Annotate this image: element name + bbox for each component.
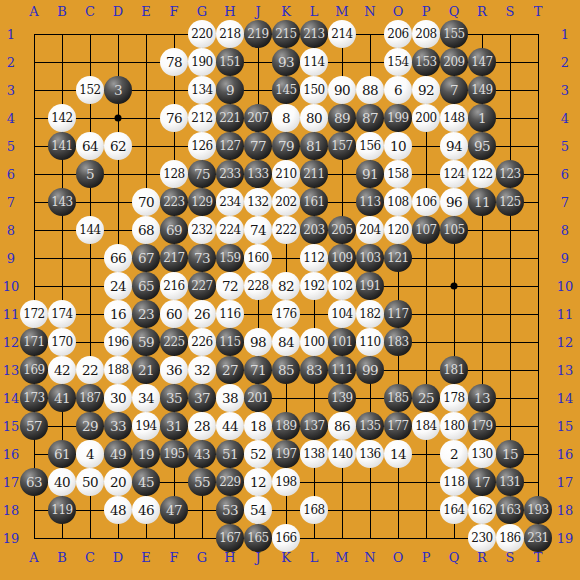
stone-R6-move-122: 122 [468,160,496,188]
stone-D11-move-16: 16 [104,300,132,328]
coord-top-H: H [224,5,235,18]
stone-J9-move-160: 160 [244,244,272,272]
stone-J13-move-71: 71 [244,356,272,384]
stone-Q6-move-124: 124 [440,160,468,188]
stone-S7-move-125: 125 [496,188,524,216]
coord-right-2: 2 [561,56,569,69]
stone-A12-move-171: 171 [20,328,48,356]
coord-left-4: 4 [7,112,15,125]
stone-B5-move-141: 141 [48,132,76,160]
stone-E14-move-34: 34 [132,384,160,412]
stone-J10-move-228: 228 [244,272,272,300]
coord-top-P: P [422,5,431,18]
stone-G12-move-226: 226 [188,328,216,356]
stone-K4-move-8: 8 [272,104,300,132]
stone-H11-move-116: 116 [216,300,244,328]
stone-M3-move-90: 90 [328,76,356,104]
coord-left-17: 17 [3,476,20,489]
stone-H5-move-127: 127 [216,132,244,160]
stone-L1-move-213: 213 [300,20,328,48]
coord-left-7: 7 [7,196,15,209]
stone-B13-move-42: 42 [48,356,76,384]
stone-Q17-move-118: 118 [440,468,468,496]
stone-H6-move-233: 233 [216,160,244,188]
stone-M15-move-86: 86 [328,412,356,440]
stone-K8-move-222: 222 [272,216,300,244]
stone-Q4-move-148: 148 [440,104,468,132]
stone-O8-move-120: 120 [384,216,412,244]
coord-top-B: B [57,5,67,18]
coord-top-R: R [477,5,487,18]
grid-vline-T [538,34,539,539]
stone-R19-move-230: 230 [468,524,496,552]
stone-K12-move-84: 84 [272,328,300,356]
stone-O2-move-154: 154 [384,48,412,76]
coord-top-T: T [534,5,543,18]
stone-F4-move-76: 76 [160,104,188,132]
stone-Q16-move-2: 2 [440,440,468,468]
stone-N7-move-113: 113 [356,188,384,216]
stone-E11-move-23: 23 [132,300,160,328]
stone-Q3-move-7: 7 [440,76,468,104]
stone-E10-move-65: 65 [132,272,160,300]
stone-F14-move-35: 35 [160,384,188,412]
coord-left-12: 12 [3,336,20,349]
coord-right-6: 6 [561,168,569,181]
stone-H10-move-72: 72 [216,272,244,300]
stone-E12-move-59: 59 [132,328,160,356]
stone-P7-move-106: 106 [412,188,440,216]
stone-Q7-move-96: 96 [440,188,468,216]
stone-Q2-move-209: 209 [440,48,468,76]
coord-bottom-R: R [477,551,487,564]
coord-right-3: 3 [561,84,569,97]
stone-N8-move-204: 204 [356,216,384,244]
stone-E15-move-194: 194 [132,412,160,440]
coord-left-14: 14 [3,392,20,405]
stone-L5-move-81: 81 [300,132,328,160]
stone-F15-move-31: 31 [160,412,188,440]
stone-L6-move-211: 211 [300,160,328,188]
stone-O3-move-6: 6 [384,76,412,104]
coord-right-18: 18 [557,504,574,517]
stone-P2-move-153: 153 [412,48,440,76]
stone-K5-move-79: 79 [272,132,300,160]
stone-H3-move-9: 9 [216,76,244,104]
stone-N16-move-136: 136 [356,440,384,468]
stone-O12-move-183: 183 [384,328,412,356]
stone-E8-move-68: 68 [132,216,160,244]
stone-R3-move-149: 149 [468,76,496,104]
stone-M11-move-104: 104 [328,300,356,328]
stone-B12-move-170: 170 [48,328,76,356]
stone-O16-move-14: 14 [384,440,412,468]
stone-B11-move-174: 174 [48,300,76,328]
stone-D16-move-49: 49 [104,440,132,468]
stone-G2-move-190: 190 [188,48,216,76]
stone-M5-move-157: 157 [328,132,356,160]
go-kifu-diagram: AABBCCDDEEFFGGHHJJKKLLMMNNOOPPQQRRSSTT11… [0,0,580,580]
stone-G3-move-134: 134 [188,76,216,104]
stone-N6-move-91: 91 [356,160,384,188]
coord-bottom-B: B [57,551,67,564]
coord-top-S: S [506,5,515,18]
stone-C14-move-187: 187 [76,384,104,412]
coord-left-9: 9 [7,252,15,265]
stone-F18-move-47: 47 [160,496,188,524]
coord-right-17: 17 [557,476,574,489]
stone-O7-move-108: 108 [384,188,412,216]
stone-P8-move-107: 107 [412,216,440,244]
stone-K6-move-210: 210 [272,160,300,188]
stone-D13-move-188: 188 [104,356,132,384]
stone-L3-move-150: 150 [300,76,328,104]
coord-bottom-L: L [310,551,319,564]
stone-K3-move-145: 145 [272,76,300,104]
stone-P14-move-25: 25 [412,384,440,412]
stone-E13-move-21: 21 [132,356,160,384]
stone-B4-move-142: 142 [48,104,76,132]
stone-K15-move-189: 189 [272,412,300,440]
stone-M12-move-101: 101 [328,328,356,356]
stone-H19-move-167: 167 [216,524,244,552]
stone-K7-move-202: 202 [272,188,300,216]
stone-Q14-move-178: 178 [440,384,468,412]
stone-R5-move-95: 95 [468,132,496,160]
coord-bottom-T: T [534,551,543,564]
stone-M14-move-139: 139 [328,384,356,412]
stone-L18-move-168: 168 [300,496,328,524]
stone-L8-move-203: 203 [300,216,328,244]
stone-S17-move-131: 131 [496,468,524,496]
coord-bottom-M: M [335,551,348,564]
stone-C13-move-22: 22 [76,356,104,384]
stone-F6-move-128: 128 [160,160,188,188]
stone-D14-move-30: 30 [104,384,132,412]
coord-left-5: 5 [7,140,15,153]
stone-L10-move-192: 192 [300,272,328,300]
stone-A14-move-173: 173 [20,384,48,412]
coord-left-16: 16 [3,448,20,461]
stone-F2-move-78: 78 [160,48,188,76]
coord-top-K: K [281,5,291,18]
stone-G11-move-26: 26 [188,300,216,328]
coord-top-L: L [310,5,319,18]
stone-R2-move-147: 147 [468,48,496,76]
stone-H2-move-151: 151 [216,48,244,76]
stone-L9-move-112: 112 [300,244,328,272]
coord-left-19: 19 [3,532,20,545]
coord-bottom-C: C [85,551,95,564]
stone-L13-move-83: 83 [300,356,328,384]
stone-B14-move-41: 41 [48,384,76,412]
stone-N12-move-110: 110 [356,328,384,356]
stone-J5-move-77: 77 [244,132,272,160]
stone-D3-move-3: 3 [104,76,132,104]
stone-F10-move-216: 216 [160,272,188,300]
stone-F7-move-223: 223 [160,188,188,216]
coord-bottom-D: D [113,551,123,564]
stone-R15-move-179: 179 [468,412,496,440]
coord-right-11: 11 [557,308,574,321]
stone-E18-move-46: 46 [132,496,160,524]
stone-Q5-move-94: 94 [440,132,468,160]
stone-L12-move-100: 100 [300,328,328,356]
stone-M13-move-111: 111 [328,356,356,384]
coord-top-N: N [364,5,375,18]
stone-B17-move-40: 40 [48,468,76,496]
stone-K10-move-82: 82 [272,272,300,300]
coord-right-4: 4 [561,112,569,125]
stone-J19-move-165: 165 [244,524,272,552]
stone-B16-move-61: 61 [48,440,76,468]
coord-bottom-P: P [422,551,431,564]
coord-bottom-F: F [169,551,178,564]
stone-H8-move-224: 224 [216,216,244,244]
stone-R14-move-13: 13 [468,384,496,412]
stone-H1-move-218: 218 [216,20,244,48]
coord-top-C: C [85,5,95,18]
stone-R4-move-1: 1 [468,104,496,132]
stone-H7-move-234: 234 [216,188,244,216]
coord-top-O: O [393,5,404,18]
coord-top-D: D [113,5,123,18]
stone-T19-move-231: 231 [524,524,552,552]
stone-R16-move-130: 130 [468,440,496,468]
stone-D18-move-48: 48 [104,496,132,524]
coord-top-J: J [255,5,260,18]
coord-bottom-H: H [224,551,235,564]
coord-bottom-N: N [364,551,375,564]
stone-Q1-move-155: 155 [440,20,468,48]
stone-H9-move-159: 159 [216,244,244,272]
stone-J4-move-207: 207 [244,104,272,132]
stone-A11-move-172: 172 [20,300,48,328]
stone-O5-move-10: 10 [384,132,412,160]
stone-K1-move-215: 215 [272,20,300,48]
coord-top-E: E [141,5,151,18]
stone-P4-move-200: 200 [412,104,440,132]
stone-J18-move-54: 54 [244,496,272,524]
stone-G5-move-126: 126 [188,132,216,160]
coord-bottom-S: S [506,551,515,564]
stone-C6-move-5: 5 [76,160,104,188]
stone-J6-move-133: 133 [244,160,272,188]
stone-M1-move-214: 214 [328,20,356,48]
stone-J14-move-201: 201 [244,384,272,412]
stone-M9-move-109: 109 [328,244,356,272]
stone-N5-move-156: 156 [356,132,384,160]
coord-top-F: F [169,5,178,18]
stone-C16-move-4: 4 [76,440,104,468]
stone-K17-move-198: 198 [272,468,300,496]
stone-O11-move-117: 117 [384,300,412,328]
stone-K2-move-93: 93 [272,48,300,76]
coord-bottom-K: K [281,551,291,564]
stone-F8-move-69: 69 [160,216,188,244]
stone-N11-move-182: 182 [356,300,384,328]
stone-J1-move-219: 219 [244,20,272,48]
go-board: AABBCCDDEEFFGGHHJJKKLLMMNNOOPPQQRRSSTT11… [0,0,580,580]
stone-D15-move-33: 33 [104,412,132,440]
coord-right-1: 1 [561,28,569,41]
stone-G15-move-28: 28 [188,412,216,440]
stone-H15-move-44: 44 [216,412,244,440]
stone-D5-move-62: 62 [104,132,132,160]
coord-left-11: 11 [3,308,20,321]
stone-G9-move-73: 73 [188,244,216,272]
coord-right-8: 8 [561,224,569,237]
stone-Q15-move-180: 180 [440,412,468,440]
coord-top-M: M [335,5,348,18]
stone-P3-move-92: 92 [412,76,440,104]
stone-J8-move-74: 74 [244,216,272,244]
stone-G4-move-212: 212 [188,104,216,132]
coord-bottom-J: J [255,551,260,564]
stone-N3-move-88: 88 [356,76,384,104]
stone-S18-move-163: 163 [496,496,524,524]
star-point-Q10 [451,283,458,290]
stone-E16-move-19: 19 [132,440,160,468]
stone-L15-move-137: 137 [300,412,328,440]
stone-C5-move-64: 64 [76,132,104,160]
stone-M16-move-140: 140 [328,440,356,468]
stone-H13-move-27: 27 [216,356,244,384]
stone-E7-move-70: 70 [132,188,160,216]
coord-top-A: A [29,5,38,18]
stone-D17-move-20: 20 [104,468,132,496]
coord-right-9: 9 [561,252,569,265]
stone-S16-move-15: 15 [496,440,524,468]
coord-right-5: 5 [561,140,569,153]
stone-D10-move-24: 24 [104,272,132,300]
stone-K13-move-85: 85 [272,356,300,384]
stone-F9-move-217: 217 [160,244,188,272]
stone-Q8-move-105: 105 [440,216,468,244]
coord-right-16: 16 [557,448,574,461]
coord-left-10: 10 [3,280,20,293]
stone-L16-move-138: 138 [300,440,328,468]
stone-O9-move-121: 121 [384,244,412,272]
stone-M4-move-89: 89 [328,104,356,132]
coord-right-10: 10 [557,280,574,293]
stone-N10-move-191: 191 [356,272,384,300]
stone-G7-move-129: 129 [188,188,216,216]
stone-J12-move-98: 98 [244,328,272,356]
stone-E9-move-67: 67 [132,244,160,272]
stone-C15-move-29: 29 [76,412,104,440]
stone-J17-move-12: 12 [244,468,272,496]
stone-K16-move-197: 197 [272,440,300,468]
stone-B18-move-119: 119 [48,496,76,524]
stone-O1-move-206: 206 [384,20,412,48]
stone-G8-move-232: 232 [188,216,216,244]
coord-left-13: 13 [3,364,20,377]
stone-N13-move-99: 99 [356,356,384,384]
stone-R18-move-162: 162 [468,496,496,524]
coord-left-1: 1 [7,28,15,41]
stone-A17-move-63: 63 [20,468,48,496]
stone-H14-move-38: 38 [216,384,244,412]
stone-Q13-move-181: 181 [440,356,468,384]
coord-left-18: 18 [3,504,20,517]
stone-H4-move-221: 221 [216,104,244,132]
coord-left-8: 8 [7,224,15,237]
coord-left-2: 2 [7,56,15,69]
stone-G17-move-55: 55 [188,468,216,496]
stone-M10-move-102: 102 [328,272,356,300]
stone-G13-move-32: 32 [188,356,216,384]
coord-top-G: G [197,5,207,18]
stone-J7-move-132: 132 [244,188,272,216]
stone-N4-move-87: 87 [356,104,384,132]
stone-F11-move-60: 60 [160,300,188,328]
stone-N15-move-135: 135 [356,412,384,440]
stone-M8-move-205: 205 [328,216,356,244]
stone-H18-move-53: 53 [216,496,244,524]
coord-left-15: 15 [3,420,20,433]
stone-O6-move-158: 158 [384,160,412,188]
stone-O4-move-199: 199 [384,104,412,132]
stone-T18-move-193: 193 [524,496,552,524]
stone-G16-move-43: 43 [188,440,216,468]
stone-C3-move-152: 152 [76,76,104,104]
coord-bottom-O: O [393,551,404,564]
stone-H16-move-51: 51 [216,440,244,468]
stone-P1-move-208: 208 [412,20,440,48]
stone-L4-move-80: 80 [300,104,328,132]
coord-left-3: 3 [7,84,15,97]
stone-R17-move-17: 17 [468,468,496,496]
stone-N9-move-103: 103 [356,244,384,272]
stone-C17-move-50: 50 [76,468,104,496]
stone-S19-move-186: 186 [496,524,524,552]
coord-bottom-Q: Q [449,551,460,564]
stone-F16-move-195: 195 [160,440,188,468]
stone-O14-move-185: 185 [384,384,412,412]
stone-B7-move-143: 143 [48,188,76,216]
coord-right-19: 19 [557,532,574,545]
stone-K11-move-176: 176 [272,300,300,328]
coord-bottom-G: G [197,551,207,564]
coord-right-13: 13 [557,364,574,377]
stone-Q18-move-164: 164 [440,496,468,524]
stone-O15-move-177: 177 [384,412,412,440]
coord-right-15: 15 [557,420,574,433]
stone-F13-move-36: 36 [160,356,188,384]
stone-R7-move-11: 11 [468,188,496,216]
stone-G6-move-75: 75 [188,160,216,188]
coord-left-6: 6 [7,168,15,181]
stone-H17-move-229: 229 [216,468,244,496]
coord-bottom-A: A [29,551,38,564]
stone-G1-move-220: 220 [188,20,216,48]
stone-F12-move-225: 225 [160,328,188,356]
stone-D12-move-196: 196 [104,328,132,356]
stone-H12-move-115: 115 [216,328,244,356]
coord-bottom-E: E [141,551,151,564]
stone-S6-move-123: 123 [496,160,524,188]
stone-A15-move-57: 57 [20,412,48,440]
stone-G10-move-227: 227 [188,272,216,300]
coord-right-12: 12 [557,336,574,349]
stone-J15-move-18: 18 [244,412,272,440]
stone-C8-move-144: 144 [76,216,104,244]
stone-P15-move-184: 184 [412,412,440,440]
coord-top-Q: Q [449,5,460,18]
stone-D9-move-66: 66 [104,244,132,272]
coord-right-14: 14 [557,392,574,405]
